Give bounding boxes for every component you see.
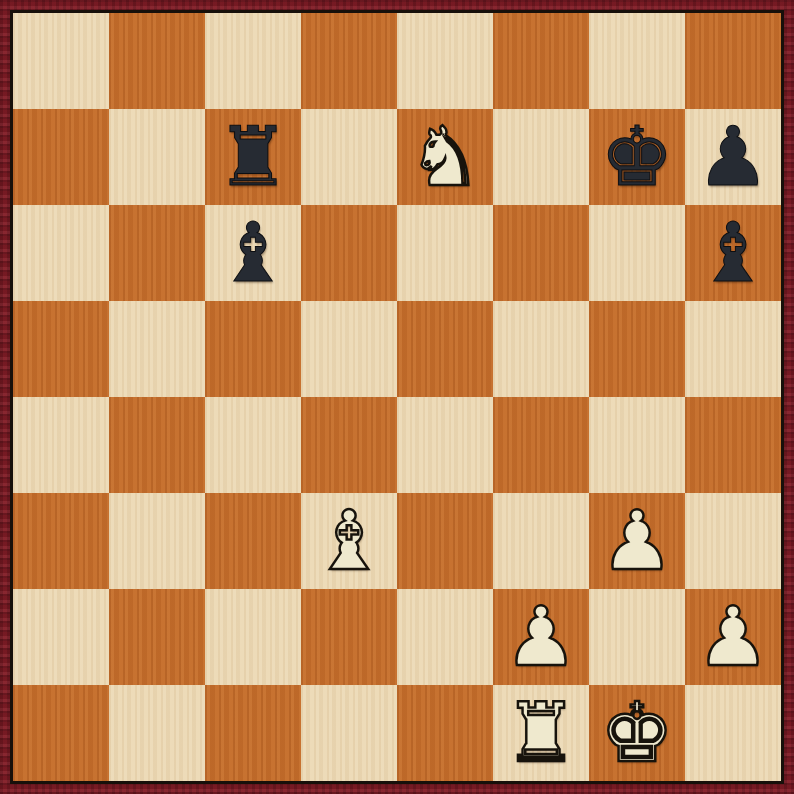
square-c2[interactable] <box>205 589 301 685</box>
square-e8[interactable] <box>397 13 493 109</box>
square-g1[interactable]: ♚ <box>589 685 685 781</box>
square-a2[interactable] <box>13 589 109 685</box>
square-b2[interactable] <box>109 589 205 685</box>
square-h4[interactable] <box>685 397 781 493</box>
square-c8[interactable] <box>205 13 301 109</box>
square-e6[interactable] <box>397 205 493 301</box>
square-d7[interactable] <box>301 109 397 205</box>
square-b7[interactable] <box>109 109 205 205</box>
square-e3[interactable] <box>397 493 493 589</box>
square-a3[interactable] <box>13 493 109 589</box>
square-f5[interactable] <box>493 301 589 397</box>
black-pawn[interactable]: ♟ <box>685 109 781 205</box>
square-h5[interactable] <box>685 301 781 397</box>
square-c1[interactable] <box>205 685 301 781</box>
square-b5[interactable] <box>109 301 205 397</box>
square-e1[interactable] <box>397 685 493 781</box>
square-g8[interactable] <box>589 13 685 109</box>
white-pawn[interactable]: ♟ <box>685 589 781 685</box>
square-a8[interactable] <box>13 13 109 109</box>
square-e5[interactable] <box>397 301 493 397</box>
white-king[interactable]: ♚ <box>589 685 685 781</box>
square-d2[interactable] <box>301 589 397 685</box>
square-c7[interactable]: ♜ <box>205 109 301 205</box>
square-d8[interactable] <box>301 13 397 109</box>
square-c3[interactable] <box>205 493 301 589</box>
square-h6[interactable]: ♝ <box>685 205 781 301</box>
square-a7[interactable] <box>13 109 109 205</box>
square-g7[interactable]: ♚ <box>589 109 685 205</box>
square-e7[interactable]: ♞ <box>397 109 493 205</box>
square-f2[interactable]: ♟ <box>493 589 589 685</box>
black-bishop[interactable]: ♝ <box>685 205 781 301</box>
board-frame: ♜♞♚♟♝♝♝♟♟♟♜♚ <box>0 0 794 794</box>
square-b8[interactable] <box>109 13 205 109</box>
black-bishop[interactable]: ♝ <box>205 205 301 301</box>
square-g6[interactable] <box>589 205 685 301</box>
square-e4[interactable] <box>397 397 493 493</box>
square-b1[interactable] <box>109 685 205 781</box>
square-g5[interactable] <box>589 301 685 397</box>
board: ♜♞♚♟♝♝♝♟♟♟♜♚ <box>10 10 784 784</box>
square-d3[interactable]: ♝ <box>301 493 397 589</box>
square-c4[interactable] <box>205 397 301 493</box>
square-c6[interactable]: ♝ <box>205 205 301 301</box>
square-a6[interactable] <box>13 205 109 301</box>
square-a4[interactable] <box>13 397 109 493</box>
square-c5[interactable] <box>205 301 301 397</box>
square-h2[interactable]: ♟ <box>685 589 781 685</box>
square-h8[interactable] <box>685 13 781 109</box>
square-g4[interactable] <box>589 397 685 493</box>
square-g3[interactable]: ♟ <box>589 493 685 589</box>
square-f8[interactable] <box>493 13 589 109</box>
square-f3[interactable] <box>493 493 589 589</box>
square-f7[interactable] <box>493 109 589 205</box>
square-g2[interactable] <box>589 589 685 685</box>
square-a1[interactable] <box>13 685 109 781</box>
square-f4[interactable] <box>493 397 589 493</box>
square-d1[interactable] <box>301 685 397 781</box>
black-king[interactable]: ♚ <box>589 109 685 205</box>
square-d5[interactable] <box>301 301 397 397</box>
white-rook[interactable]: ♜ <box>493 685 589 781</box>
square-b6[interactable] <box>109 205 205 301</box>
square-f6[interactable] <box>493 205 589 301</box>
square-b4[interactable] <box>109 397 205 493</box>
white-pawn[interactable]: ♟ <box>493 589 589 685</box>
white-pawn[interactable]: ♟ <box>589 493 685 589</box>
white-knight[interactable]: ♞ <box>397 109 493 205</box>
square-d4[interactable] <box>301 397 397 493</box>
square-a5[interactable] <box>13 301 109 397</box>
black-rook[interactable]: ♜ <box>205 109 301 205</box>
square-h1[interactable] <box>685 685 781 781</box>
white-bishop[interactable]: ♝ <box>301 493 397 589</box>
square-b3[interactable] <box>109 493 205 589</box>
square-f1[interactable]: ♜ <box>493 685 589 781</box>
square-d6[interactable] <box>301 205 397 301</box>
square-h3[interactable] <box>685 493 781 589</box>
square-h7[interactable]: ♟ <box>685 109 781 205</box>
square-e2[interactable] <box>397 589 493 685</box>
